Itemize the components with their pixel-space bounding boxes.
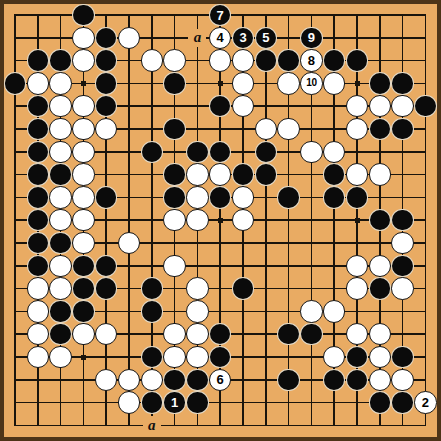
white-stone <box>323 72 346 95</box>
white-stone <box>186 186 209 209</box>
white-stone <box>391 95 414 118</box>
point-label-a: a <box>143 416 161 434</box>
black-stone <box>209 95 232 118</box>
move-number-label: 3 <box>239 31 246 44</box>
white-stone <box>232 72 255 95</box>
white-stone <box>72 118 95 141</box>
white-stone <box>163 323 186 346</box>
black-stone <box>346 186 369 209</box>
black-stone <box>49 232 72 255</box>
white-stone <box>72 95 95 118</box>
move-number-label: 2 <box>422 396 429 409</box>
white-stone <box>186 277 209 300</box>
black-stone <box>277 323 300 346</box>
white-stone <box>346 118 369 141</box>
white-stone <box>255 118 278 141</box>
black-stone <box>95 277 118 300</box>
black-stone <box>300 323 323 346</box>
move-number-label: 1 <box>171 396 178 409</box>
black-stone <box>49 323 72 346</box>
black-stone <box>391 391 414 414</box>
black-stone <box>323 49 346 72</box>
move-number-label: 6 <box>217 373 224 386</box>
black-stone <box>323 369 346 392</box>
white-stone <box>277 72 300 95</box>
black-stone <box>346 346 369 369</box>
black-stone <box>141 277 164 300</box>
grid-line-horizontal <box>14 402 426 404</box>
black-stone <box>346 49 369 72</box>
white-stone <box>323 346 346 369</box>
white-stone: 6 <box>209 369 232 392</box>
black-stone <box>27 49 50 72</box>
white-stone <box>346 95 369 118</box>
star-point <box>218 218 223 223</box>
white-stone <box>49 95 72 118</box>
white-stone <box>232 209 255 232</box>
black-stone <box>209 186 232 209</box>
white-stone <box>163 49 186 72</box>
white-stone <box>27 346 50 369</box>
black-stone <box>255 163 278 186</box>
white-stone <box>72 209 95 232</box>
move-number-label: 5 <box>262 31 269 44</box>
black-stone <box>27 209 50 232</box>
black-stone <box>163 72 186 95</box>
black-stone <box>141 346 164 369</box>
black-stone <box>72 255 95 278</box>
move-number-label: 8 <box>308 54 315 67</box>
black-stone <box>391 255 414 278</box>
black-stone <box>95 27 118 50</box>
white-stone <box>49 118 72 141</box>
white-stone <box>118 391 141 414</box>
move-number-label: 7 <box>217 9 224 22</box>
white-stone <box>95 323 118 346</box>
white-stone: 2 <box>414 391 437 414</box>
black-stone <box>369 118 392 141</box>
white-stone <box>369 346 392 369</box>
white-stone <box>209 49 232 72</box>
white-stone <box>369 163 392 186</box>
grid-line-vertical <box>425 14 427 426</box>
star-point <box>218 81 223 86</box>
white-stone <box>72 323 95 346</box>
black-stone <box>391 209 414 232</box>
white-stone <box>49 141 72 164</box>
white-stone <box>186 300 209 323</box>
white-stone <box>118 27 141 50</box>
white-stone <box>186 209 209 232</box>
white-stone: 10 <box>300 72 323 95</box>
star-point <box>355 81 360 86</box>
black-stone: 3 <box>232 27 255 50</box>
white-stone <box>369 255 392 278</box>
white-stone <box>186 323 209 346</box>
white-stone <box>369 95 392 118</box>
black-stone <box>27 232 50 255</box>
go-board: 74359810612aa <box>0 0 441 441</box>
black-stone <box>391 118 414 141</box>
black-stone <box>95 95 118 118</box>
white-stone <box>95 118 118 141</box>
black-stone <box>27 95 50 118</box>
black-stone <box>163 186 186 209</box>
black-stone <box>391 72 414 95</box>
black-stone <box>255 141 278 164</box>
white-stone <box>49 277 72 300</box>
black-stone <box>277 49 300 72</box>
black-stone <box>391 346 414 369</box>
black-stone: 7 <box>209 4 232 27</box>
black-stone <box>49 300 72 323</box>
white-stone <box>346 163 369 186</box>
black-stone <box>72 300 95 323</box>
black-stone <box>186 141 209 164</box>
black-stone: 9 <box>300 27 323 50</box>
white-stone: 4 <box>209 27 232 50</box>
black-stone <box>4 72 27 95</box>
white-stone <box>391 232 414 255</box>
grid-line-horizontal <box>14 425 426 427</box>
white-stone <box>49 346 72 369</box>
black-stone <box>209 141 232 164</box>
black-stone <box>369 209 392 232</box>
black-stone: 1 <box>163 391 186 414</box>
star-point <box>81 81 86 86</box>
black-stone <box>72 277 95 300</box>
white-stone <box>49 186 72 209</box>
grid-line-vertical <box>265 14 267 426</box>
move-number-label: 4 <box>217 31 224 44</box>
white-stone <box>27 323 50 346</box>
star-point <box>81 355 86 360</box>
white-stone <box>232 186 255 209</box>
black-stone <box>186 369 209 392</box>
black-stone <box>186 391 209 414</box>
black-stone <box>232 277 255 300</box>
white-stone <box>369 369 392 392</box>
white-stone <box>27 72 50 95</box>
point-label-a: a <box>188 29 206 47</box>
black-stone <box>163 369 186 392</box>
black-stone <box>95 186 118 209</box>
black-stone <box>369 391 392 414</box>
white-stone <box>186 163 209 186</box>
black-stone <box>277 369 300 392</box>
white-stone <box>49 72 72 95</box>
white-stone <box>232 49 255 72</box>
white-stone <box>369 323 392 346</box>
black-stone <box>255 49 278 72</box>
white-stone: 8 <box>300 49 323 72</box>
black-stone <box>414 95 437 118</box>
black-stone <box>369 72 392 95</box>
black-stone <box>141 391 164 414</box>
black-stone: 5 <box>255 27 278 50</box>
black-stone <box>209 323 232 346</box>
white-stone <box>163 346 186 369</box>
black-stone <box>95 255 118 278</box>
black-stone <box>27 255 50 278</box>
black-stone <box>141 141 164 164</box>
white-stone <box>163 255 186 278</box>
black-stone <box>95 49 118 72</box>
white-stone <box>346 323 369 346</box>
black-stone <box>27 163 50 186</box>
white-stone <box>72 163 95 186</box>
black-stone <box>49 163 72 186</box>
white-stone <box>141 49 164 72</box>
go-diagram: 74359810612aa <box>0 0 441 441</box>
white-stone <box>72 49 95 72</box>
white-stone <box>323 141 346 164</box>
white-stone <box>27 277 50 300</box>
white-stone <box>209 163 232 186</box>
black-stone <box>369 277 392 300</box>
black-stone <box>323 186 346 209</box>
white-stone <box>391 369 414 392</box>
white-stone <box>95 369 118 392</box>
white-stone <box>141 369 164 392</box>
white-stone <box>346 277 369 300</box>
white-stone <box>72 141 95 164</box>
white-stone <box>49 255 72 278</box>
white-stone <box>27 300 50 323</box>
black-stone <box>163 118 186 141</box>
black-stone <box>323 163 346 186</box>
star-point <box>355 218 360 223</box>
black-stone <box>232 163 255 186</box>
black-stone <box>27 186 50 209</box>
black-stone <box>49 49 72 72</box>
white-stone <box>391 277 414 300</box>
black-stone <box>277 186 300 209</box>
white-stone <box>72 27 95 50</box>
black-stone <box>141 300 164 323</box>
white-stone <box>118 369 141 392</box>
black-stone <box>209 346 232 369</box>
move-number-label: 10 <box>306 78 316 88</box>
black-stone <box>346 369 369 392</box>
white-stone <box>118 232 141 255</box>
white-stone <box>323 300 346 323</box>
white-stone <box>163 209 186 232</box>
white-stone <box>186 346 209 369</box>
white-stone <box>72 186 95 209</box>
white-stone <box>346 255 369 278</box>
white-stone <box>300 141 323 164</box>
black-stone <box>72 4 95 27</box>
white-stone <box>232 95 255 118</box>
black-stone <box>27 141 50 164</box>
white-stone <box>72 232 95 255</box>
black-stone <box>27 118 50 141</box>
black-stone <box>95 72 118 95</box>
black-stone <box>163 163 186 186</box>
move-number-label: 9 <box>308 31 315 44</box>
white-stone <box>300 300 323 323</box>
white-stone <box>277 118 300 141</box>
white-stone <box>49 209 72 232</box>
